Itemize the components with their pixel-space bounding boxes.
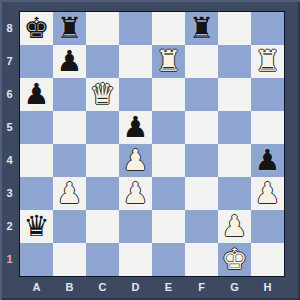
square-d6[interactable] bbox=[119, 78, 152, 111]
square-e6[interactable] bbox=[152, 78, 185, 111]
square-f8[interactable]: ♜ bbox=[185, 12, 218, 45]
square-e1[interactable] bbox=[152, 243, 185, 276]
file-label-D: D bbox=[119, 277, 152, 298]
piece-black-pawn-d5[interactable]: ♟ bbox=[119, 111, 152, 144]
square-b6[interactable] bbox=[53, 78, 86, 111]
square-f3[interactable] bbox=[185, 177, 218, 210]
piece-white-pawn-h3[interactable]: ♟ bbox=[251, 177, 284, 210]
square-b4[interactable] bbox=[53, 144, 86, 177]
piece-white-king-g1[interactable]: ♚ bbox=[218, 243, 251, 276]
rank-label-7: 7 bbox=[0, 45, 19, 78]
square-c8[interactable] bbox=[86, 12, 119, 45]
piece-black-rook-f8[interactable]: ♜ bbox=[185, 12, 218, 45]
square-a6[interactable]: ♟ bbox=[20, 78, 53, 111]
piece-white-rook-e7[interactable]: ♜ bbox=[152, 45, 185, 78]
square-g1[interactable]: ♚ bbox=[218, 243, 251, 276]
rank-label-5: 5 bbox=[0, 111, 19, 144]
square-c5[interactable] bbox=[86, 111, 119, 144]
rank-label-1: 1 bbox=[0, 243, 19, 276]
square-d2[interactable] bbox=[119, 210, 152, 243]
chess-board[interactable]: ♚♜♜♟♜♜♟♛♟♟♟♟♟♟♛♟♚ bbox=[19, 11, 285, 277]
square-d1[interactable] bbox=[119, 243, 152, 276]
square-a2[interactable]: ♛ bbox=[20, 210, 53, 243]
square-a1[interactable] bbox=[20, 243, 53, 276]
square-f5[interactable] bbox=[185, 111, 218, 144]
rank-label-6: 6 bbox=[0, 78, 19, 111]
rank-labels: 87654321 bbox=[0, 12, 19, 276]
square-f4[interactable] bbox=[185, 144, 218, 177]
square-h4[interactable]: ♟ bbox=[251, 144, 284, 177]
piece-black-king-a8[interactable]: ♚ bbox=[20, 12, 53, 45]
square-b1[interactable] bbox=[53, 243, 86, 276]
square-h8[interactable] bbox=[251, 12, 284, 45]
square-g8[interactable] bbox=[218, 12, 251, 45]
square-h6[interactable] bbox=[251, 78, 284, 111]
square-d5[interactable]: ♟ bbox=[119, 111, 152, 144]
piece-black-queen-a2[interactable]: ♛ bbox=[20, 210, 53, 243]
piece-white-queen-c6[interactable]: ♛ bbox=[86, 78, 119, 111]
square-e8[interactable] bbox=[152, 12, 185, 45]
square-c4[interactable] bbox=[86, 144, 119, 177]
square-e2[interactable] bbox=[152, 210, 185, 243]
square-g5[interactable] bbox=[218, 111, 251, 144]
square-g4[interactable] bbox=[218, 144, 251, 177]
file-label-C: C bbox=[86, 277, 119, 298]
piece-black-pawn-b7[interactable]: ♟ bbox=[53, 45, 86, 78]
file-label-B: B bbox=[53, 277, 86, 298]
square-a8[interactable]: ♚ bbox=[20, 12, 53, 45]
rank-label-3: 3 bbox=[0, 177, 19, 210]
rank-label-8: 8 bbox=[0, 12, 19, 45]
square-b7[interactable]: ♟ bbox=[53, 45, 86, 78]
square-e4[interactable] bbox=[152, 144, 185, 177]
square-g6[interactable] bbox=[218, 78, 251, 111]
square-f2[interactable] bbox=[185, 210, 218, 243]
file-label-A: A bbox=[20, 277, 53, 298]
square-g3[interactable] bbox=[218, 177, 251, 210]
piece-black-pawn-h4[interactable]: ♟ bbox=[251, 144, 284, 177]
rank-label-2: 2 bbox=[0, 210, 19, 243]
square-d3[interactable]: ♟ bbox=[119, 177, 152, 210]
square-e5[interactable] bbox=[152, 111, 185, 144]
square-f1[interactable] bbox=[185, 243, 218, 276]
square-c6[interactable]: ♛ bbox=[86, 78, 119, 111]
square-a3[interactable] bbox=[20, 177, 53, 210]
square-g7[interactable] bbox=[218, 45, 251, 78]
square-e7[interactable]: ♜ bbox=[152, 45, 185, 78]
square-h2[interactable] bbox=[251, 210, 284, 243]
square-e3[interactable] bbox=[152, 177, 185, 210]
square-b3[interactable]: ♟ bbox=[53, 177, 86, 210]
square-c2[interactable] bbox=[86, 210, 119, 243]
piece-white-rook-h7[interactable]: ♜ bbox=[251, 45, 284, 78]
file-label-H: H bbox=[251, 277, 284, 298]
square-d7[interactable] bbox=[119, 45, 152, 78]
square-c1[interactable] bbox=[86, 243, 119, 276]
square-a5[interactable] bbox=[20, 111, 53, 144]
piece-white-pawn-b3[interactable]: ♟ bbox=[53, 177, 86, 210]
square-f7[interactable] bbox=[185, 45, 218, 78]
square-b8[interactable]: ♜ bbox=[53, 12, 86, 45]
square-b2[interactable] bbox=[53, 210, 86, 243]
piece-black-pawn-a6[interactable]: ♟ bbox=[20, 78, 53, 111]
square-c7[interactable] bbox=[86, 45, 119, 78]
square-h3[interactable]: ♟ bbox=[251, 177, 284, 210]
square-f6[interactable] bbox=[185, 78, 218, 111]
piece-white-pawn-d4[interactable]: ♟ bbox=[119, 144, 152, 177]
file-label-F: F bbox=[185, 277, 218, 298]
piece-white-pawn-g2[interactable]: ♟ bbox=[218, 210, 251, 243]
square-a4[interactable] bbox=[20, 144, 53, 177]
rank-label-4: 4 bbox=[0, 144, 19, 177]
square-h5[interactable] bbox=[251, 111, 284, 144]
file-labels: ABCDEFGH bbox=[20, 277, 284, 298]
piece-black-rook-b8[interactable]: ♜ bbox=[53, 12, 86, 45]
piece-white-pawn-d3[interactable]: ♟ bbox=[119, 177, 152, 210]
square-g2[interactable]: ♟ bbox=[218, 210, 251, 243]
file-label-E: E bbox=[152, 277, 185, 298]
square-d4[interactable]: ♟ bbox=[119, 144, 152, 177]
square-h7[interactable]: ♜ bbox=[251, 45, 284, 78]
square-b5[interactable] bbox=[53, 111, 86, 144]
square-d8[interactable] bbox=[119, 12, 152, 45]
chess-board-frame: 87654321 ♚♜♜♟♜♜♟♛♟♟♟♟♟♟♛♟♚ ABCDEFGH bbox=[0, 0, 300, 300]
square-c3[interactable] bbox=[86, 177, 119, 210]
file-label-G: G bbox=[218, 277, 251, 298]
square-h1[interactable] bbox=[251, 243, 284, 276]
square-a7[interactable] bbox=[20, 45, 53, 78]
